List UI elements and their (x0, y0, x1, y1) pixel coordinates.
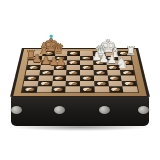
wood-queen-piece: ♛ (52, 42, 65, 56)
pieces-layer: ♚♚♛♝♛♜♝♜♟♟♟♟♟♟♟♞ (0, 0, 160, 160)
chess-set-photo: ♚♚♛♝♛♜♝♜♟♟♟♟♟♟♟♞ (0, 0, 160, 160)
wood-pawn-piece: ♟ (56, 56, 66, 67)
ceramic-knight-piece: ♞ (116, 56, 129, 70)
king-finial (50, 35, 53, 38)
